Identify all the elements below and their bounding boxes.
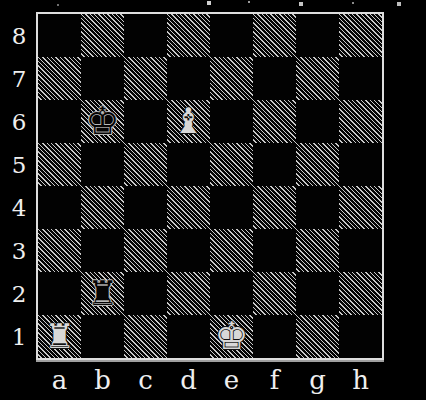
white-king[interactable]: ♚	[214, 315, 248, 358]
square-e2[interactable]	[210, 272, 253, 315]
square-f4[interactable]	[253, 186, 296, 229]
rank-label-8: 8	[4, 14, 34, 57]
square-c7[interactable]	[124, 57, 167, 100]
square-e4[interactable]	[210, 186, 253, 229]
square-a8[interactable]	[38, 14, 81, 57]
square-g1[interactable]	[296, 315, 339, 358]
square-e6[interactable]	[210, 100, 253, 143]
file-label-c: c	[124, 362, 167, 398]
square-b4[interactable]	[81, 186, 124, 229]
rank-labels: 87654321	[4, 14, 34, 358]
square-h3[interactable]	[339, 229, 382, 272]
square-a4[interactable]	[38, 186, 81, 229]
white-rook[interactable]: ♜	[44, 315, 74, 358]
square-h6[interactable]	[339, 100, 382, 143]
file-label-h: h	[339, 362, 382, 398]
white-bishop[interactable]: ♝	[173, 100, 204, 143]
square-b2[interactable]: ♜	[81, 272, 124, 315]
file-label-e: e	[210, 362, 253, 398]
rank-label-6: 6	[4, 100, 34, 143]
square-d4[interactable]	[167, 186, 210, 229]
square-f3[interactable]	[253, 229, 296, 272]
square-g2[interactable]	[296, 272, 339, 315]
square-a3[interactable]	[38, 229, 81, 272]
file-label-a: a	[38, 362, 81, 398]
square-d7[interactable]	[167, 57, 210, 100]
square-h7[interactable]	[339, 57, 382, 100]
square-d5[interactable]	[167, 143, 210, 186]
square-a2[interactable]	[38, 272, 81, 315]
square-h2[interactable]	[339, 272, 382, 315]
square-a1[interactable]: ♜	[38, 315, 81, 358]
square-b1[interactable]	[81, 315, 124, 358]
square-h5[interactable]	[339, 143, 382, 186]
square-c4[interactable]	[124, 186, 167, 229]
square-h1[interactable]	[339, 315, 382, 358]
file-labels: abcdefgh	[38, 362, 382, 398]
file-label-f: f	[253, 362, 296, 398]
rank-label-2: 2	[4, 272, 34, 315]
rank-label-7: 7	[4, 57, 34, 100]
square-b5[interactable]	[81, 143, 124, 186]
black-king[interactable]: ♚	[85, 100, 119, 143]
square-c6[interactable]	[124, 100, 167, 143]
square-c3[interactable]	[124, 229, 167, 272]
square-b6[interactable]: ♚	[81, 100, 124, 143]
square-h8[interactable]	[339, 14, 382, 57]
square-a7[interactable]	[38, 57, 81, 100]
square-g4[interactable]	[296, 186, 339, 229]
square-f6[interactable]	[253, 100, 296, 143]
square-e5[interactable]	[210, 143, 253, 186]
square-d6[interactable]: ♝	[167, 100, 210, 143]
rank-label-3: 3	[4, 229, 34, 272]
scan-noise	[0, 0, 2, 2]
square-c8[interactable]	[124, 14, 167, 57]
square-e8[interactable]	[210, 14, 253, 57]
square-c1[interactable]	[124, 315, 167, 358]
rank-label-1: 1	[4, 315, 34, 358]
square-g3[interactable]	[296, 229, 339, 272]
square-f2[interactable]	[253, 272, 296, 315]
square-g8[interactable]	[296, 14, 339, 57]
file-label-g: g	[296, 362, 339, 398]
board-frame: ♚♝♜♜♚	[36, 12, 384, 360]
square-e3[interactable]	[210, 229, 253, 272]
square-c5[interactable]	[124, 143, 167, 186]
square-g6[interactable]	[296, 100, 339, 143]
square-b8[interactable]	[81, 14, 124, 57]
square-e1[interactable]: ♚	[210, 315, 253, 358]
square-f5[interactable]	[253, 143, 296, 186]
rank-label-4: 4	[4, 186, 34, 229]
square-f7[interactable]	[253, 57, 296, 100]
square-d8[interactable]	[167, 14, 210, 57]
square-g5[interactable]	[296, 143, 339, 186]
square-f1[interactable]	[253, 315, 296, 358]
square-a6[interactable]	[38, 100, 81, 143]
square-b7[interactable]	[81, 57, 124, 100]
square-b3[interactable]	[81, 229, 124, 272]
square-e7[interactable]	[210, 57, 253, 100]
chess-board: ♚♝♜♜♚	[38, 14, 382, 358]
square-f8[interactable]	[253, 14, 296, 57]
square-h4[interactable]	[339, 186, 382, 229]
square-c2[interactable]	[124, 272, 167, 315]
square-d1[interactable]	[167, 315, 210, 358]
square-d3[interactable]	[167, 229, 210, 272]
file-label-d: d	[167, 362, 210, 398]
square-g7[interactable]	[296, 57, 339, 100]
square-a5[interactable]	[38, 143, 81, 186]
black-rook[interactable]: ♜	[87, 272, 117, 315]
square-d2[interactable]	[167, 272, 210, 315]
scanned-chess-diagram: 87654321 ♚♝♜♜♚ abcdefgh	[0, 0, 426, 400]
rank-label-5: 5	[4, 143, 34, 186]
file-label-b: b	[81, 362, 124, 398]
